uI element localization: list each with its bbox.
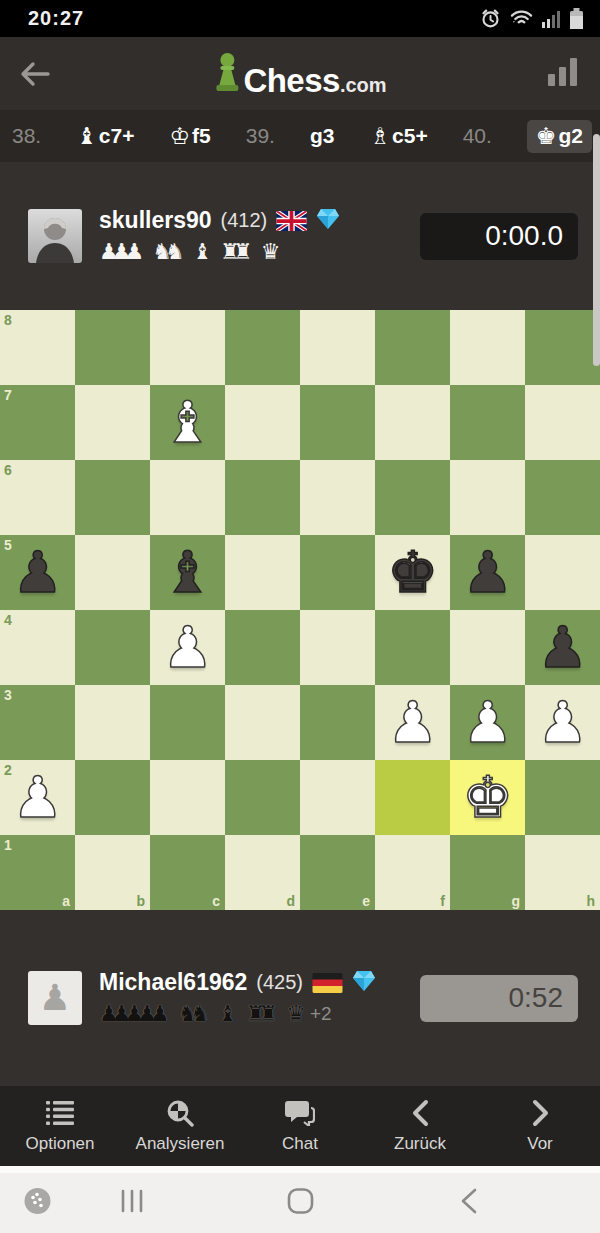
square-c5[interactable]: ♝ [150,535,225,610]
move-number: 38. [12,124,41,148]
square-e1[interactable]: e [300,835,375,910]
chevron-left-icon [412,1099,429,1127]
move-g2[interactable]: ♚g2 [527,120,592,153]
square-c4[interactable]: ♟ [150,610,225,685]
game-toolbar: OptionenAnalysierenChatZurückVor [0,1086,600,1166]
move-number: 39. [246,124,275,148]
black-bishop: ♝ [150,535,225,610]
captured-pieces-group: ♜♜ [220,239,245,265]
black-pawn: ♟ [450,535,525,610]
square-d2[interactable] [225,760,300,835]
file-label: a [62,893,70,909]
square-f8[interactable] [375,310,450,385]
app-header: Chess .com [0,37,600,110]
white-pawn: ♟ [525,685,600,760]
square-c8[interactable] [150,310,225,385]
square-h8[interactable] [525,310,600,385]
move-f5[interactable]: ♔f5 [169,123,210,150]
square-a5[interactable]: 5♟ [0,535,75,610]
premium-diamond-icon [352,970,376,996]
captured-pieces-group: ♝ [193,239,206,265]
square-d1[interactable]: d [225,835,300,910]
signal-icon [542,9,560,29]
options-list-icon [46,1099,74,1127]
player-name-top[interactable]: skullers90 [99,207,212,234]
square-g7[interactable] [450,385,525,460]
square-b2[interactable] [75,760,150,835]
square-d5[interactable] [225,535,300,610]
square-a4[interactable]: 4 [0,610,75,685]
file-label: f [440,893,445,909]
captured-pieces-group: ♛ [261,239,274,265]
square-c7[interactable]: ♝ [150,385,225,460]
player-rating-bottom: (425) [256,971,303,994]
move-g3[interactable]: g3 [310,124,335,148]
square-g6[interactable] [450,460,525,535]
premium-diamond-icon [316,208,340,234]
file-label: b [136,893,145,909]
square-f4[interactable] [375,610,450,685]
square-d8[interactable] [225,310,300,385]
square-c1[interactable]: c [150,835,225,910]
captured-pieces-group: ♜♜ [246,1001,271,1027]
recents-icon[interactable] [119,1188,145,1218]
material-advantage: +2 [310,1003,332,1025]
file-label: g [511,893,520,909]
stats-bars-icon[interactable] [548,58,578,90]
rank-label: 3 [4,687,12,703]
move-list: 38.♝c7+♔f539.g3♗c5+40.♚g2 [0,110,600,162]
captured-pieces-group: ♝ [218,1001,231,1027]
player-rating-top: (412) [221,209,268,232]
square-d7[interactable] [225,385,300,460]
white-bishop: ♝ [150,385,225,460]
square-g2[interactable]: ♚ [450,760,525,835]
rank-label: 1 [4,837,12,853]
square-c2[interactable] [150,760,225,835]
square-e7[interactable] [300,385,375,460]
square-g5[interactable]: ♟ [450,535,525,610]
black-king: ♚ [375,535,450,610]
chat-bubbles-icon [285,1099,315,1127]
square-a8[interactable]: 8 [0,310,75,385]
player-name-bottom[interactable]: Michael61962 [99,969,247,996]
piece-figurine-icon: ♔ [169,123,190,150]
square-b5[interactable] [75,535,150,610]
move-number: 40. [463,124,492,148]
square-g4[interactable] [450,610,525,685]
square-f1[interactable]: f [375,835,450,910]
square-e3[interactable] [300,685,375,760]
square-d3[interactable] [225,685,300,760]
player-panel-bottom: ♟ Michael61962 (425) ♟♟♟♟♟♞♞♝♜♜♛+2 0:52 [0,910,600,1086]
black-pawn: ♟ [0,535,75,610]
square-c3[interactable] [150,685,225,760]
square-h7[interactable] [525,385,600,460]
captured-tray-top: ♟♟♟♞♞♝♜♜♛ [99,239,340,265]
square-d6[interactable] [225,460,300,535]
piece-figurine-icon: ♚ [536,123,557,150]
chesscom-logo: Chess .com [213,51,386,97]
square-f5[interactable]: ♚ [375,535,450,610]
home-icon[interactable] [287,1188,314,1219]
captured-pieces-group: ♟♟♟ [99,239,137,265]
piece-figurine-icon: ♗ [369,123,390,150]
android-nav-bar [0,1166,600,1233]
chevron-right-icon [532,1099,549,1127]
square-a7[interactable]: 7 [0,385,75,460]
white-pawn: ♟ [375,685,450,760]
clock-time: 20:27 [28,7,84,30]
toolbar-analysieren-button[interactable]: Analysieren [120,1086,240,1166]
rank-label: 8 [4,312,12,328]
white-king: ♚ [450,760,525,835]
square-a1[interactable]: 1a [0,835,75,910]
square-f3[interactable]: ♟ [375,685,450,760]
toolbar-label: Chat [282,1134,318,1154]
square-f2[interactable] [375,760,450,835]
captured-pieces-group: ♛ [286,1001,299,1027]
square-h5[interactable] [525,535,600,610]
square-c6[interactable] [150,460,225,535]
square-g1[interactable]: g [450,835,525,910]
chesscom-app-screen: 20:27 Chess .com 38.♝c7+♔f539.g3♗c5+40.♚… [0,0,600,1233]
toolbar-optionen-button[interactable]: Optionen [0,1086,120,1166]
file-label: h [586,893,595,909]
scrollbar[interactable] [593,134,600,366]
toolbar-label: Zurück [394,1134,446,1154]
square-b6[interactable] [75,460,150,535]
white-pawn: ♟ [450,685,525,760]
square-b3[interactable] [75,685,150,760]
black-pawn: ♟ [525,610,600,685]
square-b1[interactable]: b [75,835,150,910]
toolbar-zurück-button[interactable]: Zurück [360,1086,480,1166]
logo-suffix: .com [340,74,387,97]
nav-back-icon[interactable] [460,1188,478,1218]
wifi-icon [510,8,533,29]
captured-pieces-group: ♟♟♟♟♟ [99,1001,163,1027]
chesscom-pawn-logo [213,51,241,97]
square-h3[interactable]: ♟ [525,685,600,760]
file-label: e [362,893,370,909]
back-arrow-icon[interactable] [0,61,70,87]
square-h4[interactable]: ♟ [525,610,600,685]
square-b4[interactable] [75,610,150,685]
square-g3[interactable]: ♟ [450,685,525,760]
square-e8[interactable] [300,310,375,385]
player-avatar-top[interactable] [28,209,82,263]
square-a2[interactable]: 2♟ [0,760,75,835]
square-g8[interactable] [450,310,525,385]
piece-figurine-icon: ♝ [76,123,97,150]
square-h2[interactable] [525,760,600,835]
captured-pieces-group: ♞♞ [178,1001,203,1027]
alarm-icon [480,8,501,29]
player-clock-bottom: 0:52 [420,975,578,1022]
square-h1[interactable]: h [525,835,600,910]
player-avatar-bottom[interactable]: ♟ [28,971,82,1025]
rank-label: 7 [4,387,12,403]
square-a3[interactable]: 3 [0,685,75,760]
square-f6[interactable] [375,460,450,535]
white-pawn: ♟ [150,610,225,685]
square-f7[interactable] [375,385,450,460]
chess-board: 87♝65♟♝♚♟4♟♟3♟♟♟2♟♚1abcdefgh [0,310,600,910]
rank-label: 6 [4,462,12,478]
square-e4[interactable] [300,610,375,685]
uk-flag-icon [276,211,307,231]
toolbar-vor-button[interactable]: Vor [480,1086,600,1166]
toolbar-label: Analysieren [136,1134,225,1154]
germany-flag-icon [312,973,343,993]
toolbar-label: Optionen [26,1134,95,1154]
status-bar: 20:27 [0,0,600,37]
toolbar-chat-button[interactable]: Chat [240,1086,360,1166]
status-icons [480,8,584,30]
default-avatar-pawn-icon: ♟ [39,980,71,1016]
square-b8[interactable] [75,310,150,385]
white-pawn: ♟ [0,760,75,835]
move-c7[interactable]: ♝c7+ [76,123,134,150]
toolbar-label: Vor [527,1134,553,1154]
captured-pieces-group: ♞♞ [152,239,177,265]
square-b7[interactable] [75,385,150,460]
battery-icon [569,8,584,30]
square-e2[interactable] [300,760,375,835]
player-clock-top: 0:00.0 [420,213,578,260]
game-launcher-icon[interactable] [24,1188,51,1219]
move-c5[interactable]: ♗c5+ [369,123,427,150]
square-a6[interactable]: 6 [0,460,75,535]
square-d4[interactable] [225,610,300,685]
logo-word: Chess [243,64,340,97]
square-e6[interactable] [300,460,375,535]
analysis-magnifier-icon [166,1099,194,1127]
captured-tray-bottom: ♟♟♟♟♟♞♞♝♜♜♛+2 [99,1001,376,1027]
square-h6[interactable] [525,460,600,535]
file-label: d [286,893,295,909]
player-panel-top: skullers90 (412) ♟♟♟♞♞♝♜♜♛ 0:00.0 [0,162,600,310]
file-label: c [212,893,220,909]
rank-label: 4 [4,612,12,628]
square-e5[interactable] [300,535,375,610]
